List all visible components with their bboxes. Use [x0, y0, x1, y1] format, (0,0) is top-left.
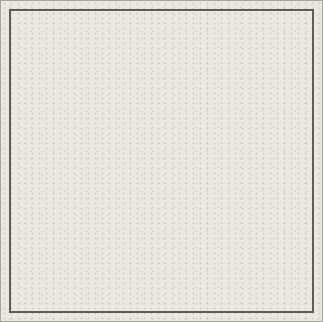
chess-board [9, 9, 314, 313]
board-frame [0, 0, 323, 322]
